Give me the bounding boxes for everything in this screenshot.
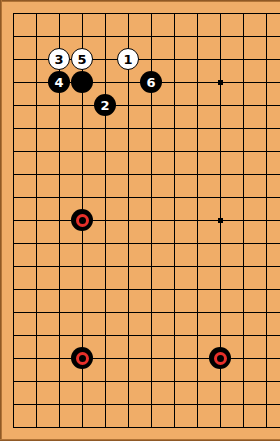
stone-black-c4r16 [71, 347, 94, 370]
white-stone: 1 [117, 48, 139, 70]
circle-marker [214, 352, 227, 365]
stone-white-c6r3: 1 [117, 48, 140, 71]
black-stone: 4 [48, 71, 70, 93]
circle-marker [76, 352, 89, 365]
stone-black-c7r4: 6 [140, 71, 163, 94]
board-grid: 123456 [2, 2, 278, 439]
circle-marker [76, 214, 89, 227]
stone-white-c3r3: 3 [48, 48, 71, 71]
star-point [209, 209, 232, 232]
star-point-dot [218, 80, 223, 85]
black-stone [71, 71, 93, 93]
stone-white-c4r3: 5 [71, 48, 94, 71]
star-point-dot [218, 218, 223, 223]
black-stone: 2 [94, 94, 116, 116]
stone-black-c3r4: 4 [48, 71, 71, 94]
go-board-diagram: 123456 [0, 0, 280, 441]
black-stone [71, 347, 93, 369]
black-stone [71, 209, 93, 231]
black-stone [209, 347, 231, 369]
stone-black-c4r10 [71, 209, 94, 232]
white-stone: 5 [71, 48, 93, 70]
stone-black-c4r4 [71, 71, 94, 94]
white-stone: 3 [48, 48, 70, 70]
stone-black-c10r16 [209, 347, 232, 370]
stone-black-c5r5: 2 [94, 94, 117, 117]
black-stone: 6 [140, 71, 162, 93]
star-point [209, 71, 232, 94]
